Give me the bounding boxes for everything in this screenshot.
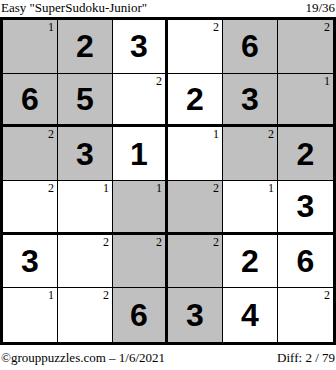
- cell-value: 6: [21, 83, 39, 115]
- cell-value: 6: [130, 299, 148, 331]
- cell-value: 6: [297, 245, 315, 277]
- cell-corner-mark: 2: [324, 20, 330, 34]
- cell-corner-mark: 2: [268, 127, 274, 141]
- cell-value: 2: [241, 245, 259, 277]
- cell-corner-mark: 2: [213, 235, 219, 249]
- copyright-text: ©grouppuzzles.com – 1/6/2021: [1, 350, 165, 366]
- cell-value: 4: [241, 299, 259, 331]
- cell-corner-mark: 1: [48, 288, 54, 302]
- cell-value: 1: [130, 138, 148, 170]
- footer: ©grouppuzzles.com – 1/6/2021 Diff: 2 / 7…: [0, 345, 336, 370]
- cell-corner-mark: 2: [48, 127, 54, 141]
- grid-cell[interactable]: 2: [168, 74, 223, 128]
- grid-cell[interactable]: 1: [168, 127, 223, 181]
- grid-cell[interactable]: 2: [113, 235, 168, 289]
- grid-cell[interactable]: 1: [3, 288, 58, 342]
- grid-cell[interactable]: 2: [223, 235, 278, 289]
- grid-cell[interactable]: 2: [58, 288, 113, 342]
- cell-value: 6: [241, 30, 259, 62]
- cell-value: 3: [21, 245, 39, 277]
- cell-corner-mark: 2: [103, 288, 109, 302]
- grid-cell[interactable]: 2: [58, 20, 113, 74]
- grid-cell[interactable]: 5: [58, 74, 113, 128]
- grid-cell[interactable]: 1: [223, 181, 278, 235]
- grid-cell[interactable]: 3: [278, 181, 333, 235]
- grid-cell[interactable]: 3: [113, 20, 168, 74]
- cell-corner-mark: 2: [156, 235, 162, 249]
- grid-cell[interactable]: 3: [58, 127, 113, 181]
- puzzle-page: Easy "SuperSudoku-Junior" 19/36 12326265…: [0, 0, 336, 370]
- cell-corner-mark: 2: [48, 181, 54, 195]
- grid-cell[interactable]: 2: [168, 20, 223, 74]
- grid-cell[interactable]: 1: [3, 20, 58, 74]
- cell-value: 2: [297, 138, 315, 170]
- cell-value: 5: [76, 83, 94, 115]
- grid-cell[interactable]: 2: [58, 235, 113, 289]
- grid-cell[interactable]: 2: [278, 288, 333, 342]
- grid-cell[interactable]: 4: [223, 288, 278, 342]
- cell-corner-mark: 1: [103, 181, 109, 195]
- cell-value: 3: [297, 190, 315, 222]
- cell-corner-mark: 2: [324, 288, 330, 302]
- difficulty-text: Diff: 2 / 79: [277, 350, 335, 366]
- grid-cell[interactable]: 2: [3, 181, 58, 235]
- grid-cell[interactable]: 2: [3, 127, 58, 181]
- cell-corner-mark: 1: [213, 127, 219, 141]
- header: Easy "SuperSudoku-Junior" 19/36: [0, 0, 336, 17]
- grid-cell[interactable]: 2: [278, 127, 333, 181]
- puzzle-title: Easy "SuperSudoku-Junior": [1, 0, 147, 15]
- grid-cell[interactable]: 6: [113, 288, 168, 342]
- grid-cell[interactable]: 6: [278, 235, 333, 289]
- cell-value: 3: [76, 138, 94, 170]
- grid-cell[interactable]: 3: [223, 74, 278, 128]
- grid-cell[interactable]: 1: [58, 181, 113, 235]
- cell-corner-mark: 1: [156, 181, 162, 195]
- cell-corner-mark: 1: [324, 74, 330, 88]
- grid-cell[interactable]: 1: [113, 181, 168, 235]
- grid-cell[interactable]: 2: [223, 127, 278, 181]
- grid-cell[interactable]: 3: [168, 288, 223, 342]
- grid-cell[interactable]: 6: [3, 74, 58, 128]
- cell-corner-mark: 2: [156, 74, 162, 88]
- cell-value: 2: [186, 83, 204, 115]
- cell-value: 3: [130, 30, 148, 62]
- sudoku-grid: 123262652231231122211213322226126342: [0, 17, 336, 345]
- grid-cell[interactable]: 2: [168, 235, 223, 289]
- cell-counter: 19/36: [305, 0, 335, 15]
- cell-corner-mark: 1: [268, 181, 274, 195]
- grid-cell[interactable]: 2: [278, 20, 333, 74]
- cell-corner-mark: 2: [213, 181, 219, 195]
- grid-cell[interactable]: 6: [223, 20, 278, 74]
- cell-corner-mark: 2: [103, 235, 109, 249]
- cell-value: 3: [186, 299, 204, 331]
- cell-corner-mark: 2: [213, 20, 219, 34]
- cell-value: 2: [76, 30, 94, 62]
- cell-corner-mark: 1: [48, 20, 54, 34]
- grid-cell[interactable]: 1: [113, 127, 168, 181]
- grid-cell[interactable]: 2: [168, 181, 223, 235]
- grid-cell[interactable]: 1: [278, 74, 333, 128]
- grid-cell[interactable]: 2: [113, 74, 168, 128]
- grid-cell[interactable]: 3: [3, 235, 58, 289]
- cell-value: 3: [241, 83, 259, 115]
